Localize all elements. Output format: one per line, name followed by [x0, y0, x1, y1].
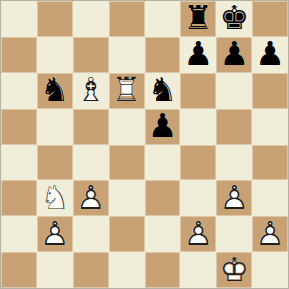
white-pawn-glyph: ♙: [216, 179, 252, 215]
black-rook[interactable]: ♖♜: [180, 1, 216, 37]
square-g7[interactable]: ♙♟: [216, 37, 252, 73]
square-b4[interactable]: [37, 145, 73, 181]
square-c7[interactable]: [73, 37, 109, 73]
square-c3[interactable]: ♟♙: [73, 180, 109, 216]
square-f7[interactable]: ♙♟: [180, 37, 216, 73]
square-h2[interactable]: ♟♙: [252, 216, 288, 252]
square-a4[interactable]: [1, 145, 37, 181]
white-knight-glyph: ♘: [37, 179, 73, 215]
chessboard-frame: ♖♜♔♚♙♟♙♟♙♟♘♞♝♗♜♖♘♞♙♟♞♘♟♙♟♙♟♙♟♙♟♙♚♔: [0, 0, 289, 289]
white-bishop-glyph: ♗: [73, 72, 109, 108]
black-pawn-glyph: ♟: [252, 36, 288, 72]
square-f4[interactable]: [180, 145, 216, 181]
white-king-fill-layer: ♚: [216, 251, 252, 287]
square-c5[interactable]: [73, 109, 109, 145]
black-rook-fill-layer: ♖: [180, 0, 216, 36]
square-e5[interactable]: ♙♟: [145, 109, 181, 145]
white-pawn-fill-layer: ♟: [73, 179, 109, 215]
square-b8[interactable]: [37, 1, 73, 37]
square-g2[interactable]: [216, 216, 252, 252]
square-e2[interactable]: [145, 216, 181, 252]
square-e6[interactable]: ♘♞: [145, 73, 181, 109]
square-e1[interactable]: [145, 252, 181, 288]
square-e8[interactable]: [145, 1, 181, 37]
white-pawn-glyph: ♙: [252, 215, 288, 251]
square-h6[interactable]: [252, 73, 288, 109]
square-a6[interactable]: [1, 73, 37, 109]
square-g8[interactable]: ♔♚: [216, 1, 252, 37]
square-g3[interactable]: ♟♙: [216, 180, 252, 216]
square-a1[interactable]: [1, 252, 37, 288]
white-bishop-fill-layer: ♝: [73, 72, 109, 108]
square-h8[interactable]: [252, 1, 288, 37]
square-c1[interactable]: [73, 252, 109, 288]
white-pawn-glyph: ♙: [37, 215, 73, 251]
black-pawn-glyph: ♟: [145, 108, 181, 144]
square-c6[interactable]: ♝♗: [73, 73, 109, 109]
square-a7[interactable]: [1, 37, 37, 73]
black-knight-glyph: ♞: [37, 72, 73, 108]
white-knight-fill-layer: ♞: [37, 179, 73, 215]
square-d3[interactable]: [109, 180, 145, 216]
black-pawn-fill-layer: ♙: [180, 36, 216, 72]
square-b5[interactable]: [37, 109, 73, 145]
white-king-glyph: ♔: [216, 251, 252, 287]
square-f1[interactable]: [180, 252, 216, 288]
black-knight[interactable]: ♘♞: [145, 73, 181, 109]
black-king[interactable]: ♔♚: [216, 1, 252, 37]
white-pawn[interactable]: ♟♙: [252, 216, 288, 252]
square-d4[interactable]: [109, 145, 145, 181]
square-d1[interactable]: [109, 252, 145, 288]
white-pawn-fill-layer: ♟: [216, 179, 252, 215]
square-g1[interactable]: ♚♔: [216, 252, 252, 288]
square-d2[interactable]: [109, 216, 145, 252]
black-knight-fill-layer: ♘: [145, 72, 181, 108]
white-pawn-glyph: ♙: [73, 179, 109, 215]
black-pawn[interactable]: ♙♟: [216, 37, 252, 73]
black-pawn-fill-layer: ♙: [216, 36, 252, 72]
square-e3[interactable]: [145, 180, 181, 216]
square-g6[interactable]: [216, 73, 252, 109]
square-b1[interactable]: [37, 252, 73, 288]
black-knight-glyph: ♞: [145, 72, 181, 108]
square-a8[interactable]: [1, 1, 37, 37]
black-pawn[interactable]: ♙♟: [180, 37, 216, 73]
square-a2[interactable]: [1, 216, 37, 252]
chessboard: ♖♜♔♚♙♟♙♟♙♟♘♞♝♗♜♖♘♞♙♟♞♘♟♙♟♙♟♙♟♙♟♙♚♔: [1, 1, 288, 288]
white-pawn-fill-layer: ♟: [37, 215, 73, 251]
square-f5[interactable]: [180, 109, 216, 145]
white-pawn[interactable]: ♟♙: [216, 180, 252, 216]
black-king-glyph: ♚: [216, 0, 252, 36]
white-knight[interactable]: ♞♘: [37, 180, 73, 216]
white-rook[interactable]: ♜♖: [109, 73, 145, 109]
square-d6[interactable]: ♜♖: [109, 73, 145, 109]
square-a5[interactable]: [1, 109, 37, 145]
square-c2[interactable]: [73, 216, 109, 252]
square-d5[interactable]: [109, 109, 145, 145]
white-king[interactable]: ♚♔: [216, 252, 252, 288]
white-rook-glyph: ♖: [109, 72, 145, 108]
square-a3[interactable]: [1, 180, 37, 216]
white-pawn-fill-layer: ♟: [252, 215, 288, 251]
square-g4[interactable]: [216, 145, 252, 181]
square-c4[interactable]: [73, 145, 109, 181]
black-pawn-fill-layer: ♙: [252, 36, 288, 72]
square-h4[interactable]: [252, 145, 288, 181]
square-h1[interactable]: [252, 252, 288, 288]
square-f2[interactable]: ♟♙: [180, 216, 216, 252]
square-f3[interactable]: [180, 180, 216, 216]
square-f6[interactable]: [180, 73, 216, 109]
square-e4[interactable]: [145, 145, 181, 181]
white-pawn-fill-layer: ♟: [180, 215, 216, 251]
square-e7[interactable]: [145, 37, 181, 73]
square-d8[interactable]: [109, 1, 145, 37]
square-h3[interactable]: [252, 180, 288, 216]
white-pawn[interactable]: ♟♙: [180, 216, 216, 252]
square-b2[interactable]: ♟♙: [37, 216, 73, 252]
white-rook-fill-layer: ♜: [109, 72, 145, 108]
square-g5[interactable]: [216, 109, 252, 145]
square-b6[interactable]: ♘♞: [37, 73, 73, 109]
black-pawn[interactable]: ♙♟: [145, 109, 181, 145]
square-c8[interactable]: [73, 1, 109, 37]
black-pawn-glyph: ♟: [180, 36, 216, 72]
black-knight[interactable]: ♘♞: [37, 73, 73, 109]
square-b3[interactable]: ♞♘: [37, 180, 73, 216]
white-bishop[interactable]: ♝♗: [73, 73, 109, 109]
white-pawn[interactable]: ♟♙: [37, 216, 73, 252]
white-pawn[interactable]: ♟♙: [73, 180, 109, 216]
white-pawn-glyph: ♙: [180, 215, 216, 251]
square-h7[interactable]: ♙♟: [252, 37, 288, 73]
square-d7[interactable]: [109, 37, 145, 73]
square-f8[interactable]: ♖♜: [180, 1, 216, 37]
square-h5[interactable]: [252, 109, 288, 145]
black-rook-glyph: ♜: [180, 0, 216, 36]
black-pawn-glyph: ♟: [216, 36, 252, 72]
black-king-fill-layer: ♔: [216, 0, 252, 36]
black-pawn-fill-layer: ♙: [145, 108, 181, 144]
black-knight-fill-layer: ♘: [37, 72, 73, 108]
black-pawn[interactable]: ♙♟: [252, 37, 288, 73]
square-b7[interactable]: [37, 37, 73, 73]
